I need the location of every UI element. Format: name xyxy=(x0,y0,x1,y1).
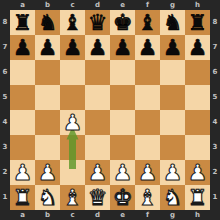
piece-white-pawn-g2[interactable]: ♟ xyxy=(160,160,185,185)
square-e3[interactable] xyxy=(110,135,135,160)
piece-black-pawn-b7[interactable]: ♟ xyxy=(35,35,60,60)
square-b5[interactable] xyxy=(35,85,60,110)
coord-label-h: h xyxy=(185,0,210,10)
coord-label-e: e xyxy=(110,210,135,220)
piece-white-bishop-c1[interactable]: ♝ xyxy=(60,185,85,210)
square-a3[interactable] xyxy=(10,135,35,160)
square-b3[interactable] xyxy=(35,135,60,160)
piece-white-pawn-e2[interactable]: ♟ xyxy=(110,160,135,185)
piece-black-pawn-c7[interactable]: ♟ xyxy=(60,35,85,60)
piece-white-knight-b1[interactable]: ♞ xyxy=(35,185,60,210)
piece-white-bishop-f1[interactable]: ♝ xyxy=(135,185,160,210)
piece-white-rook-h1[interactable]: ♜ xyxy=(185,185,210,210)
coord-label-3: 3 xyxy=(0,135,10,160)
piece-white-knight-g1[interactable]: ♞ xyxy=(160,185,185,210)
coord-label-b: b xyxy=(35,210,60,220)
coord-label-3: 3 xyxy=(210,135,220,160)
square-c3[interactable] xyxy=(60,135,85,160)
coord-label-1: 1 xyxy=(210,185,220,210)
piece-white-queen-d1[interactable]: ♛ xyxy=(85,185,110,210)
piece-white-pawn-f2[interactable]: ♟ xyxy=(135,160,160,185)
square-g6[interactable] xyxy=(160,60,185,85)
piece-black-pawn-f7[interactable]: ♟ xyxy=(135,35,160,60)
rank-labels-left: 87654321 xyxy=(0,10,10,210)
square-d3[interactable] xyxy=(85,135,110,160)
piece-black-pawn-h7[interactable]: ♟ xyxy=(185,35,210,60)
piece-black-knight-g8[interactable]: ♞ xyxy=(160,10,185,35)
square-h3[interactable] xyxy=(185,135,210,160)
coord-label-4: 4 xyxy=(210,110,220,135)
coord-label-2: 2 xyxy=(210,160,220,185)
piece-black-knight-b8[interactable]: ♞ xyxy=(35,10,60,35)
square-d4[interactable] xyxy=(85,110,110,135)
piece-black-queen-d8[interactable]: ♛ xyxy=(85,10,110,35)
board-frame: abcdefgh abcdefgh 87654321 87654321 ♜♞♝♛… xyxy=(0,0,220,220)
coord-label-f: f xyxy=(135,210,160,220)
square-d5[interactable] xyxy=(85,85,110,110)
piece-white-rook-a1[interactable]: ♜ xyxy=(10,185,35,210)
square-h4[interactable] xyxy=(185,110,210,135)
square-f4[interactable] xyxy=(135,110,160,135)
coord-label-7: 7 xyxy=(0,35,10,60)
square-f5[interactable] xyxy=(135,85,160,110)
coord-label-a: a xyxy=(10,210,35,220)
square-h5[interactable] xyxy=(185,85,210,110)
piece-black-pawn-d7[interactable]: ♟ xyxy=(85,35,110,60)
piece-black-pawn-e7[interactable]: ♟ xyxy=(110,35,135,60)
piece-black-king-e8[interactable]: ♚ xyxy=(110,10,135,35)
coord-label-h: h xyxy=(185,210,210,220)
square-a5[interactable] xyxy=(10,85,35,110)
square-b4[interactable] xyxy=(35,110,60,135)
piece-black-bishop-c8[interactable]: ♝ xyxy=(60,10,85,35)
square-c6[interactable] xyxy=(60,60,85,85)
coord-label-e: e xyxy=(110,0,135,10)
coord-label-8: 8 xyxy=(0,10,10,35)
coord-label-5: 5 xyxy=(210,85,220,110)
coord-label-a: a xyxy=(10,0,35,10)
piece-white-pawn-d2[interactable]: ♟ xyxy=(85,160,110,185)
square-g3[interactable] xyxy=(160,135,185,160)
coord-label-8: 8 xyxy=(210,10,220,35)
piece-white-pawn-h2[interactable]: ♟ xyxy=(185,160,210,185)
coord-label-6: 6 xyxy=(210,60,220,85)
coord-label-d: d xyxy=(85,210,110,220)
square-g5[interactable] xyxy=(160,85,185,110)
square-f3[interactable] xyxy=(135,135,160,160)
piece-black-rook-a8[interactable]: ♜ xyxy=(10,10,35,35)
coord-label-g: g xyxy=(160,210,185,220)
coord-label-c: c xyxy=(60,210,85,220)
square-e6[interactable] xyxy=(110,60,135,85)
square-f6[interactable] xyxy=(135,60,160,85)
rank-labels-right: 87654321 xyxy=(210,10,220,210)
square-a6[interactable] xyxy=(10,60,35,85)
coord-label-f: f xyxy=(135,0,160,10)
coord-label-g: g xyxy=(160,0,185,10)
square-c5[interactable] xyxy=(60,85,85,110)
piece-white-pawn-b2[interactable]: ♟ xyxy=(35,160,60,185)
square-c2[interactable] xyxy=(60,160,85,185)
file-labels-top: abcdefgh xyxy=(10,0,210,10)
piece-black-pawn-g7[interactable]: ♟ xyxy=(160,35,185,60)
square-b6[interactable] xyxy=(35,60,60,85)
square-a4[interactable] xyxy=(10,110,35,135)
coord-label-c: c xyxy=(60,0,85,10)
square-e5[interactable] xyxy=(110,85,135,110)
square-d6[interactable] xyxy=(85,60,110,85)
file-labels-bottom: abcdefgh xyxy=(10,210,210,220)
square-h6[interactable] xyxy=(185,60,210,85)
piece-black-pawn-a7[interactable]: ♟ xyxy=(10,35,35,60)
coord-label-1: 1 xyxy=(0,185,10,210)
coord-label-d: d xyxy=(85,0,110,10)
square-e4[interactable] xyxy=(110,110,135,135)
coord-label-7: 7 xyxy=(210,35,220,60)
piece-white-pawn-a2[interactable]: ♟ xyxy=(10,160,35,185)
coord-label-2: 2 xyxy=(0,160,10,185)
coord-label-6: 6 xyxy=(0,60,10,85)
square-g4[interactable] xyxy=(160,110,185,135)
coord-label-b: b xyxy=(35,0,60,10)
coord-label-4: 4 xyxy=(0,110,10,135)
piece-white-king-e1[interactable]: ♚ xyxy=(110,185,135,210)
coord-label-5: 5 xyxy=(0,85,10,110)
piece-white-pawn-c4[interactable]: ♟ xyxy=(60,110,85,135)
piece-black-bishop-f8[interactable]: ♝ xyxy=(135,10,160,35)
piece-black-rook-h8[interactable]: ♜ xyxy=(185,10,210,35)
